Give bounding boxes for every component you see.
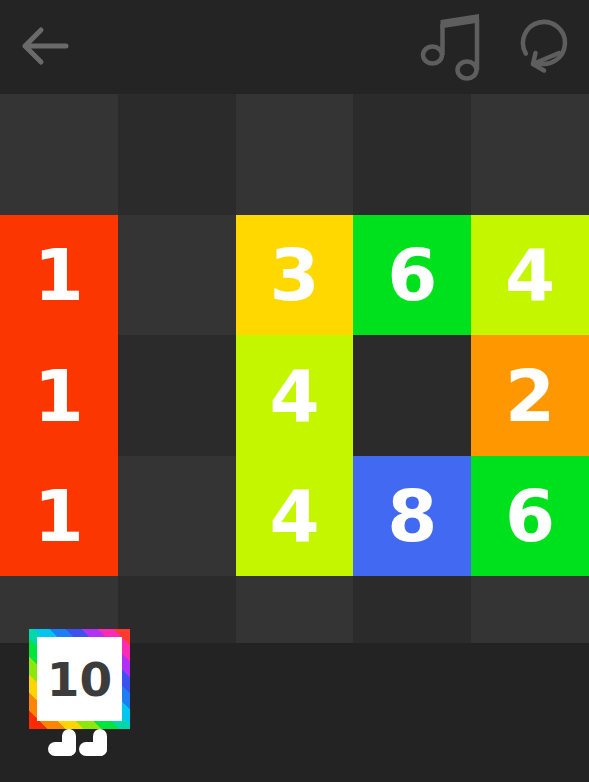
tile-1-r2c1[interactable]: 1 xyxy=(0,215,118,335)
cell-r5c5 xyxy=(471,576,589,643)
back-arrow-icon xyxy=(18,26,70,69)
cell-r1c1 xyxy=(0,94,118,215)
logo-right-foot xyxy=(79,729,107,756)
logo-number: 10 xyxy=(37,637,122,721)
restart-arrow-icon xyxy=(519,17,571,78)
music-note-icon xyxy=(419,10,489,85)
app-screen: 13641421486 is Simple Add numbers to mak… xyxy=(0,0,589,782)
cell-r2c2 xyxy=(118,215,236,335)
cell-r5c2 xyxy=(118,576,236,643)
cell-r1c4 xyxy=(353,94,471,215)
cell-r3c2 xyxy=(118,335,236,456)
tile-4-r2c5[interactable]: 4 xyxy=(471,215,589,335)
top-bar xyxy=(0,0,589,94)
back-button[interactable] xyxy=(18,26,70,69)
tile-2-r3c5[interactable]: 2 xyxy=(471,335,589,456)
music-button[interactable] xyxy=(419,10,489,85)
tile-8-r4c4[interactable]: 8 xyxy=(353,456,471,576)
tile-6-r4c5[interactable]: 6 xyxy=(471,456,589,576)
logo-left-foot xyxy=(48,729,76,756)
cell-r5c4 xyxy=(353,576,471,643)
board-grid: 13641421486 xyxy=(0,94,589,643)
cell-r5c3 xyxy=(236,576,354,643)
cell-r4c2 xyxy=(118,456,236,576)
game-logo: 10 xyxy=(29,629,130,729)
cell-r1c2 xyxy=(118,94,236,215)
tile-1-r4c1[interactable]: 1 xyxy=(0,456,118,576)
tile-4-r4c3[interactable]: 4 xyxy=(236,456,354,576)
tile-1-r3c1[interactable]: 1 xyxy=(0,335,118,456)
tile-6-r2c4[interactable]: 6 xyxy=(353,215,471,335)
restart-button[interactable] xyxy=(519,17,571,78)
cell-r1c5 xyxy=(471,94,589,215)
tile-3-r2c3[interactable]: 3 xyxy=(236,215,354,335)
cell-r1c3 xyxy=(236,94,354,215)
cell-r3c4 xyxy=(353,335,471,456)
tile-4-r3c3[interactable]: 4 xyxy=(236,335,354,456)
